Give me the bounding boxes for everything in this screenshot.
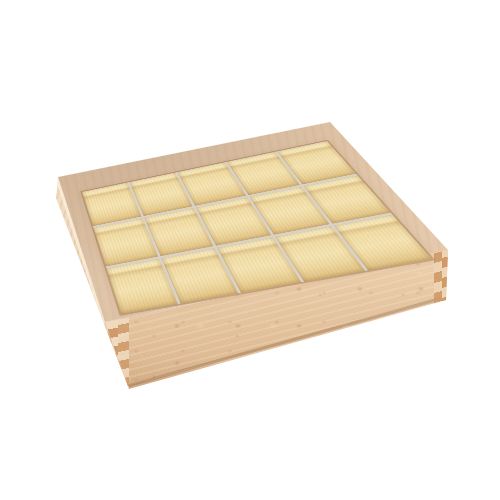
finger-joint-front-left-inner	[118, 314, 129, 400]
front-bottom-edge-shadow	[125, 296, 444, 388]
product-photo-stage	[0, 0, 500, 500]
